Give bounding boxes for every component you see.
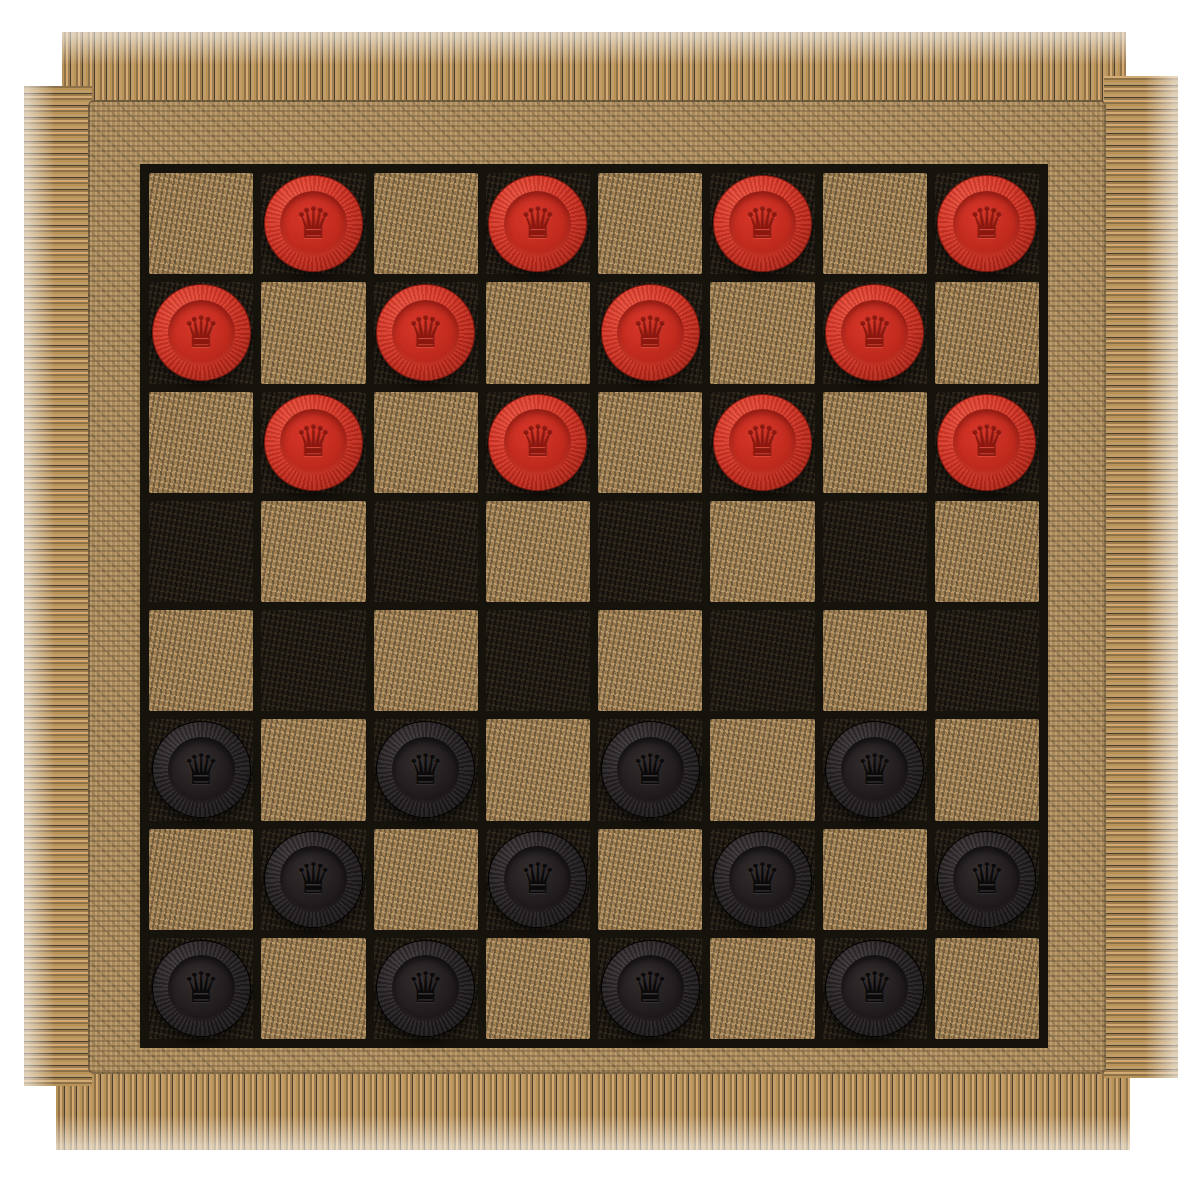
red-checker-piece[interactable]: ♛	[713, 175, 812, 272]
board-square[interactable]: ♛	[261, 829, 365, 930]
board-square[interactable]: ♛	[149, 282, 253, 383]
black-checker-piece[interactable]: ♛	[713, 831, 812, 928]
crown-emblem-icon: ♛	[280, 846, 347, 912]
red-checker-piece[interactable]: ♛	[488, 394, 587, 491]
crown-emblem-icon: ♛	[504, 409, 571, 475]
board-square[interactable]	[935, 282, 1039, 383]
board-square[interactable]	[261, 610, 365, 711]
crown-emblem-icon: ♛	[841, 955, 908, 1021]
board-square[interactable]	[710, 501, 814, 602]
board-square[interactable]	[935, 938, 1039, 1039]
rug-fringe-left	[24, 86, 92, 1086]
red-checker-piece[interactable]: ♛	[376, 284, 475, 381]
black-checker-piece[interactable]: ♛	[825, 940, 924, 1037]
board-square[interactable]	[374, 501, 478, 602]
board-square[interactable]: ♛	[374, 282, 478, 383]
black-checker-piece[interactable]: ♛	[152, 940, 251, 1037]
board-square[interactable]	[374, 173, 478, 274]
board-square[interactable]	[261, 282, 365, 383]
crown-emblem-icon: ♛	[392, 955, 459, 1021]
black-checker-piece[interactable]: ♛	[376, 940, 475, 1037]
crown-emblem-icon: ♛	[392, 737, 459, 803]
crown-emblem-icon: ♛	[729, 191, 796, 257]
crown-emblem-icon: ♛	[729, 846, 796, 912]
crown-emblem-icon: ♛	[953, 191, 1020, 257]
board-square[interactable]	[823, 829, 927, 930]
board-square[interactable]	[486, 938, 590, 1039]
red-checker-piece[interactable]: ♛	[152, 284, 251, 381]
board-square[interactable]	[149, 610, 253, 711]
board-square[interactable]	[935, 501, 1039, 602]
crown-emblem-icon: ♛	[841, 737, 908, 803]
board-square[interactable]	[486, 501, 590, 602]
board-square[interactable]: ♛	[823, 719, 927, 820]
board-square[interactable]: ♛	[149, 719, 253, 820]
crown-emblem-icon: ♛	[168, 955, 235, 1021]
red-checker-piece[interactable]: ♛	[601, 284, 700, 381]
board-square[interactable]: ♛	[710, 392, 814, 493]
black-checker-piece[interactable]: ♛	[264, 831, 363, 928]
rug-fringe-bottom	[56, 1072, 1130, 1150]
board-square[interactable]: ♛	[935, 392, 1039, 493]
black-checker-piece[interactable]: ♛	[601, 721, 700, 818]
board-square[interactable]	[374, 829, 478, 930]
crown-emblem-icon: ♛	[617, 955, 684, 1021]
board-square[interactable]: ♛	[710, 829, 814, 930]
jute-rug: ♛♛♛♛♛♛♛♛♛♛♛♛♛♛♛♛♛♛♛♛♛♛♛♛	[88, 100, 1106, 1074]
board-square[interactable]	[149, 501, 253, 602]
board-square[interactable]	[823, 392, 927, 493]
red-checker-piece[interactable]: ♛	[713, 394, 812, 491]
board-square[interactable]	[261, 719, 365, 820]
board-square[interactable]	[823, 501, 927, 602]
board-square[interactable]: ♛	[149, 938, 253, 1039]
red-checker-piece[interactable]: ♛	[937, 175, 1036, 272]
board-square[interactable]	[935, 610, 1039, 711]
board-square[interactable]	[149, 829, 253, 930]
crown-emblem-icon: ♛	[168, 737, 235, 803]
board-square[interactable]	[149, 392, 253, 493]
rug-fringe-top	[62, 32, 1126, 106]
board-square[interactable]	[149, 173, 253, 274]
black-checker-piece[interactable]: ♛	[601, 940, 700, 1037]
crown-emblem-icon: ♛	[953, 846, 1020, 912]
board-square[interactable]	[486, 282, 590, 383]
red-checker-piece[interactable]: ♛	[488, 175, 587, 272]
board-square[interactable]: ♛	[374, 719, 478, 820]
board-square[interactable]	[374, 392, 478, 493]
board-square[interactable]	[261, 501, 365, 602]
board-square[interactable]: ♛	[823, 282, 927, 383]
board-square[interactable]	[486, 610, 590, 711]
board-square[interactable]: ♛	[823, 938, 927, 1039]
crown-emblem-icon: ♛	[729, 409, 796, 475]
board-square[interactable]	[710, 282, 814, 383]
board-square[interactable]	[710, 610, 814, 711]
board-square[interactable]	[374, 610, 478, 711]
crown-emblem-icon: ♛	[617, 737, 684, 803]
crown-emblem-icon: ♛	[953, 409, 1020, 475]
board-square[interactable]	[598, 829, 702, 930]
crown-emblem-icon: ♛	[280, 409, 347, 475]
board-square[interactable]	[935, 719, 1039, 820]
board-square[interactable]: ♛	[935, 173, 1039, 274]
board-square[interactable]: ♛	[935, 829, 1039, 930]
board-square[interactable]	[710, 938, 814, 1039]
crown-emblem-icon: ♛	[841, 300, 908, 366]
board-square[interactable]: ♛	[598, 719, 702, 820]
board-square[interactable]: ♛	[486, 829, 590, 930]
board-square[interactable]	[598, 610, 702, 711]
red-checker-piece[interactable]: ♛	[937, 394, 1036, 491]
board-square[interactable]	[598, 501, 702, 602]
crown-emblem-icon: ♛	[617, 300, 684, 366]
board-square[interactable]	[598, 173, 702, 274]
board-square[interactable]: ♛	[598, 282, 702, 383]
board-square[interactable]	[823, 610, 927, 711]
board-square[interactable]: ♛	[261, 392, 365, 493]
board-square[interactable]	[261, 938, 365, 1039]
board-square[interactable]: ♛	[486, 173, 590, 274]
black-checker-piece[interactable]: ♛	[937, 831, 1036, 928]
product-photo: ♛♛♛♛♛♛♛♛♛♛♛♛♛♛♛♛♛♛♛♛♛♛♛♛	[0, 0, 1200, 1200]
board-square[interactable]	[598, 392, 702, 493]
board-square[interactable]	[823, 173, 927, 274]
red-checker-piece[interactable]: ♛	[264, 394, 363, 491]
crown-emblem-icon: ♛	[504, 846, 571, 912]
black-checker-piece[interactable]: ♛	[825, 721, 924, 818]
checkers-board: ♛♛♛♛♛♛♛♛♛♛♛♛♛♛♛♛♛♛♛♛♛♛♛♛	[140, 164, 1048, 1048]
crown-emblem-icon: ♛	[280, 191, 347, 257]
black-checker-piece[interactable]: ♛	[488, 831, 587, 928]
rug-fringe-right	[1104, 76, 1178, 1078]
black-checker-piece[interactable]: ♛	[152, 721, 251, 818]
board-square[interactable]: ♛	[486, 392, 590, 493]
crown-emblem-icon: ♛	[504, 191, 571, 257]
board-square[interactable]: ♛	[710, 173, 814, 274]
black-checker-piece[interactable]: ♛	[376, 721, 475, 818]
board-square[interactable]	[486, 719, 590, 820]
board-square[interactable]: ♛	[374, 938, 478, 1039]
board-square[interactable]: ♛	[598, 938, 702, 1039]
board-square[interactable]: ♛	[261, 173, 365, 274]
red-checker-piece[interactable]: ♛	[264, 175, 363, 272]
board-square[interactable]	[710, 719, 814, 820]
crown-emblem-icon: ♛	[168, 300, 235, 366]
red-checker-piece[interactable]: ♛	[825, 284, 924, 381]
crown-emblem-icon: ♛	[392, 300, 459, 366]
